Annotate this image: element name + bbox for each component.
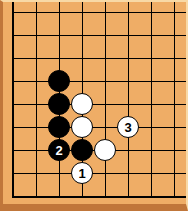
stone-white-d4 — [71, 116, 93, 138]
stone-move-number: 3 — [124, 121, 131, 134]
stones-grid: 231 — [2, 1, 186, 208]
stone-black-c3: 2 — [48, 139, 70, 161]
go-board-diagram: 231 — [0, 0, 188, 211]
stone-black-c4 — [48, 116, 70, 138]
stone-black-c5 — [48, 93, 70, 115]
stone-move-number: 2 — [55, 144, 62, 157]
stone-white-f4: 3 — [117, 116, 139, 138]
stone-white-d5 — [71, 93, 93, 115]
stone-white-d2: 1 — [71, 162, 93, 184]
stone-black-c6 — [48, 70, 70, 92]
stone-move-number: 1 — [78, 167, 85, 180]
stone-black-d3 — [71, 139, 93, 161]
stone-white-e3 — [94, 139, 116, 161]
go-board: 231 — [3, 2, 186, 204]
